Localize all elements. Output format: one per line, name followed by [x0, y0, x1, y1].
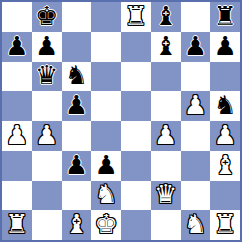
square-f3[interactable] [151, 151, 181, 181]
square-g4[interactable] [181, 121, 211, 151]
square-b3[interactable] [32, 151, 62, 181]
square-h7[interactable]: ♟ [210, 32, 240, 62]
black-pawn[interactable]: ♟ [94, 152, 117, 178]
square-a3[interactable] [2, 151, 32, 181]
square-f2[interactable]: ♛ [151, 181, 181, 211]
square-f5[interactable] [151, 91, 181, 121]
square-h3[interactable]: ♝ [210, 151, 240, 181]
square-g3[interactable] [181, 151, 211, 181]
square-h1[interactable]: ♜ [210, 210, 240, 240]
square-e8[interactable]: ♜ [121, 2, 151, 32]
square-f6[interactable] [151, 62, 181, 92]
black-bishop[interactable]: ♝ [154, 33, 177, 59]
white-pawn[interactable]: ♟ [35, 122, 58, 148]
black-pawn[interactable]: ♟ [5, 33, 28, 59]
square-b5[interactable] [32, 91, 62, 121]
square-g5[interactable]: ♟ [181, 91, 211, 121]
white-knight[interactable]: ♞ [184, 211, 207, 237]
square-a4[interactable]: ♟ [2, 121, 32, 151]
square-f8[interactable]: ♝ [151, 2, 181, 32]
white-pawn[interactable]: ♟ [5, 122, 28, 148]
square-c3[interactable]: ♟ [62, 151, 92, 181]
black-rook[interactable]: ♜ [213, 3, 236, 29]
white-rook[interactable]: ♜ [213, 211, 236, 237]
square-h8[interactable]: ♜ [210, 2, 240, 32]
white-king[interactable]: ♚ [94, 211, 117, 237]
square-g2[interactable] [181, 181, 211, 211]
square-c6[interactable]: ♞ [62, 62, 92, 92]
white-knight[interactable]: ♞ [94, 181, 117, 207]
black-pawn[interactable]: ♟ [184, 33, 207, 59]
square-c4[interactable] [62, 121, 92, 151]
black-knight[interactable]: ♞ [65, 62, 88, 88]
white-pawn[interactable]: ♟ [213, 122, 236, 148]
square-b4[interactable]: ♟ [32, 121, 62, 151]
black-queen[interactable]: ♛ [35, 62, 58, 88]
white-pawn[interactable]: ♟ [154, 122, 177, 148]
square-e6[interactable] [121, 62, 151, 92]
square-a7[interactable]: ♟ [2, 32, 32, 62]
black-pawn[interactable]: ♟ [65, 152, 88, 178]
square-d7[interactable] [91, 32, 121, 62]
square-e1[interactable] [121, 210, 151, 240]
square-e2[interactable] [121, 181, 151, 211]
square-b8[interactable]: ♚ [32, 2, 62, 32]
square-g1[interactable]: ♞ [181, 210, 211, 240]
square-d2[interactable]: ♞ [91, 181, 121, 211]
square-d4[interactable] [91, 121, 121, 151]
square-a1[interactable]: ♜ [2, 210, 32, 240]
square-c8[interactable] [62, 2, 92, 32]
white-pawn[interactable]: ♟ [184, 92, 207, 118]
square-h5[interactable]: ♞ [210, 91, 240, 121]
black-pawn[interactable]: ♟ [35, 33, 58, 59]
square-b7[interactable]: ♟ [32, 32, 62, 62]
square-a2[interactable] [2, 181, 32, 211]
black-knight[interactable]: ♞ [213, 92, 236, 118]
square-g6[interactable] [181, 62, 211, 92]
square-e7[interactable] [121, 32, 151, 62]
square-h6[interactable] [210, 62, 240, 92]
square-g7[interactable]: ♟ [181, 32, 211, 62]
square-c5[interactable]: ♟ [62, 91, 92, 121]
square-h2[interactable] [210, 181, 240, 211]
black-pawn[interactable]: ♟ [65, 92, 88, 118]
square-f4[interactable]: ♟ [151, 121, 181, 151]
white-queen[interactable]: ♛ [154, 181, 177, 207]
square-f7[interactable]: ♝ [151, 32, 181, 62]
square-a5[interactable] [2, 91, 32, 121]
square-d8[interactable] [91, 2, 121, 32]
square-c7[interactable] [62, 32, 92, 62]
black-pawn[interactable]: ♟ [213, 33, 236, 59]
square-h4[interactable]: ♟ [210, 121, 240, 151]
square-d3[interactable]: ♟ [91, 151, 121, 181]
white-rook[interactable]: ♜ [5, 211, 28, 237]
square-b6[interactable]: ♛ [32, 62, 62, 92]
square-f1[interactable] [151, 210, 181, 240]
white-bishop[interactable]: ♝ [213, 152, 236, 178]
square-d5[interactable] [91, 91, 121, 121]
square-b1[interactable] [32, 210, 62, 240]
square-a8[interactable] [2, 2, 32, 32]
chess-board-container: ♚♜♝♜♟♟♝♟♟♛♞♟♟♞♟♟♟♟♟♟♝♞♛♜♝♚♞♜ [0, 0, 242, 242]
square-e5[interactable] [121, 91, 151, 121]
white-bishop[interactable]: ♝ [65, 211, 88, 237]
square-b2[interactable] [32, 181, 62, 211]
square-g8[interactable] [181, 2, 211, 32]
black-bishop[interactable]: ♝ [154, 3, 177, 29]
square-e4[interactable] [121, 121, 151, 151]
square-e3[interactable] [121, 151, 151, 181]
square-c2[interactable] [62, 181, 92, 211]
square-c1[interactable]: ♝ [62, 210, 92, 240]
square-a6[interactable] [2, 62, 32, 92]
chess-board: ♚♜♝♜♟♟♝♟♟♛♞♟♟♞♟♟♟♟♟♟♝♞♛♜♝♚♞♜ [0, 0, 242, 242]
black-king[interactable]: ♚ [35, 3, 58, 29]
white-rook[interactable]: ♜ [124, 3, 147, 29]
square-d6[interactable] [91, 62, 121, 92]
square-d1[interactable]: ♚ [91, 210, 121, 240]
